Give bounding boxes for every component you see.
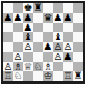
piece-white-queen: ♕ xyxy=(24,62,33,72)
square-a3[interactable] xyxy=(3,52,13,62)
square-f8[interactable] xyxy=(53,3,63,13)
piece-white-knight: ♘ xyxy=(34,62,43,72)
square-c4[interactable]: ♙ xyxy=(23,42,33,52)
square-f3[interactable]: ♙ xyxy=(53,52,63,62)
square-d1[interactable] xyxy=(33,71,43,81)
square-a7[interactable]: ♟ xyxy=(3,13,13,23)
square-b2[interactable]: ♗ xyxy=(13,62,23,72)
square-c2[interactable]: ♕ xyxy=(23,62,33,72)
square-h7[interactable] xyxy=(73,13,83,23)
piece-black-rook: ♜ xyxy=(34,3,43,13)
square-c5[interactable]: ♝ xyxy=(23,32,33,42)
piece-black-pawn: ♟ xyxy=(64,52,73,62)
square-d6[interactable] xyxy=(33,23,43,33)
piece-white-bishop: ♗ xyxy=(14,62,23,72)
square-h1[interactable]: ♜ xyxy=(73,71,83,81)
square-a5[interactable] xyxy=(3,32,13,42)
square-g4[interactable]: ♙ xyxy=(63,42,73,52)
square-e5[interactable] xyxy=(43,32,53,42)
piece-black-bishop: ♝ xyxy=(24,32,33,42)
square-a4[interactable] xyxy=(3,42,13,52)
square-e3[interactable] xyxy=(43,52,53,62)
square-e7[interactable]: ♛ xyxy=(43,13,53,23)
piece-black-pawn: ♟ xyxy=(24,13,33,23)
square-g3[interactable]: ♟ xyxy=(63,52,73,62)
square-f5[interactable]: ♝ xyxy=(53,32,63,42)
square-g1[interactable]: ♖ xyxy=(63,71,73,81)
square-g5[interactable] xyxy=(63,32,73,42)
square-b5[interactable] xyxy=(13,32,23,42)
piece-white-pawn: ♙ xyxy=(14,52,23,62)
square-a1[interactable]: ♖ xyxy=(3,71,13,81)
square-e8[interactable] xyxy=(43,3,53,13)
square-h4[interactable] xyxy=(73,42,83,52)
square-d5[interactable] xyxy=(33,32,43,42)
square-c1[interactable] xyxy=(23,71,33,81)
piece-black-pawn: ♟ xyxy=(54,13,63,23)
square-b7[interactable]: ♟ xyxy=(13,13,23,23)
piece-black-rook: ♜ xyxy=(74,71,83,81)
piece-white-pawn: ♙ xyxy=(54,52,63,62)
piece-black-queen: ♛ xyxy=(44,13,53,23)
piece-black-pawn: ♟ xyxy=(4,13,13,23)
square-a2[interactable]: ♙ xyxy=(3,62,13,72)
square-h8[interactable] xyxy=(73,3,83,13)
square-b8[interactable] xyxy=(13,3,23,13)
square-e4[interactable]: ♟ xyxy=(43,42,53,52)
square-g7[interactable]: ♟ xyxy=(63,13,73,23)
square-f7[interactable]: ♟ xyxy=(53,13,63,23)
piece-white-pawn: ♙ xyxy=(64,42,73,52)
square-b6[interactable] xyxy=(13,23,23,33)
piece-white-king: ♔ xyxy=(44,71,53,81)
piece-white-knight: ♘ xyxy=(14,71,23,81)
square-d7[interactable] xyxy=(33,13,43,23)
board-frame: ♚♜♟♟♟♛♟♟♟♝♝♙♟♙♙♙♙♟♙♗♕♘♗♖♘♔♖♜ xyxy=(1,1,85,84)
square-f6[interactable] xyxy=(53,23,63,33)
square-c6[interactable]: ♟ xyxy=(23,23,33,33)
square-g2[interactable] xyxy=(63,62,73,72)
square-b1[interactable]: ♘ xyxy=(13,71,23,81)
piece-white-rook: ♖ xyxy=(64,71,73,81)
square-d8[interactable]: ♜ xyxy=(33,3,43,13)
chess-board: ♚♜♟♟♟♛♟♟♟♝♝♙♟♙♙♙♙♟♙♗♕♘♗♖♘♔♖♜ xyxy=(3,3,83,81)
square-h6[interactable] xyxy=(73,23,83,33)
piece-black-bishop: ♝ xyxy=(54,32,63,42)
square-a8[interactable] xyxy=(3,3,13,13)
piece-white-bishop: ♗ xyxy=(44,62,53,72)
square-b4[interactable] xyxy=(13,42,23,52)
square-c3[interactable] xyxy=(23,52,33,62)
piece-black-pawn: ♟ xyxy=(64,13,73,23)
square-f4[interactable]: ♙ xyxy=(53,42,63,52)
square-d3[interactable] xyxy=(33,52,43,62)
square-a6[interactable] xyxy=(3,23,13,33)
square-f2[interactable] xyxy=(53,62,63,72)
piece-black-pawn: ♟ xyxy=(44,42,53,52)
piece-black-king: ♚ xyxy=(24,3,33,13)
square-h5[interactable] xyxy=(73,32,83,42)
square-h3[interactable] xyxy=(73,52,83,62)
square-h2[interactable] xyxy=(73,62,83,72)
piece-black-pawn: ♟ xyxy=(14,13,23,23)
piece-black-pawn: ♟ xyxy=(24,23,33,33)
square-g8[interactable] xyxy=(63,3,73,13)
square-e6[interactable] xyxy=(43,23,53,33)
square-b3[interactable]: ♙ xyxy=(13,52,23,62)
square-c8[interactable]: ♚ xyxy=(23,3,33,13)
piece-white-pawn: ♙ xyxy=(4,62,13,72)
piece-white-rook: ♖ xyxy=(4,71,13,81)
square-d2[interactable]: ♘ xyxy=(33,62,43,72)
square-f1[interactable] xyxy=(53,71,63,81)
square-d4[interactable] xyxy=(33,42,43,52)
piece-white-pawn: ♙ xyxy=(24,42,33,52)
square-g6[interactable] xyxy=(63,23,73,33)
square-c7[interactable]: ♟ xyxy=(23,13,33,23)
square-e2[interactable]: ♗ xyxy=(43,62,53,72)
square-e1[interactable]: ♔ xyxy=(43,71,53,81)
piece-white-pawn: ♙ xyxy=(54,42,63,52)
